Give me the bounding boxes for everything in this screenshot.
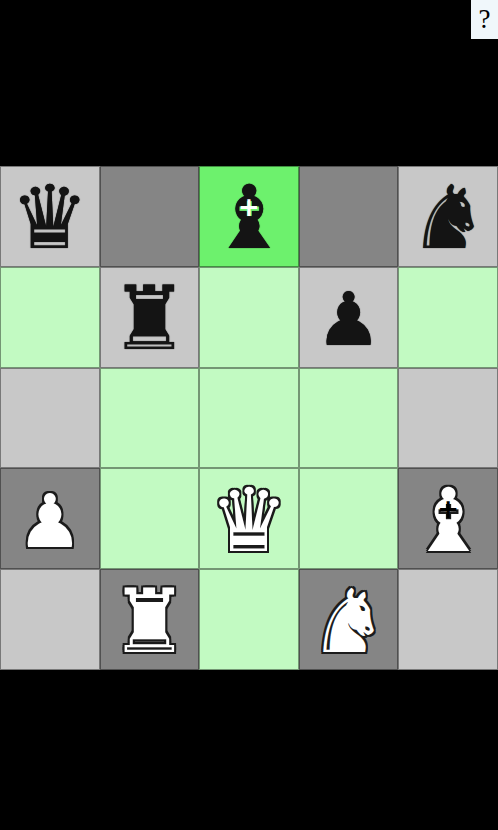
square-d2[interactable] [299, 468, 399, 569]
square-d3[interactable] [299, 368, 399, 469]
square-a5[interactable]: ♛ [0, 166, 100, 267]
square-b3[interactable] [100, 368, 200, 469]
help-button[interactable]: ? [471, 0, 498, 39]
square-a2[interactable]: ♟ [0, 468, 100, 569]
square-e5[interactable]: ♞ [398, 166, 498, 267]
square-a4[interactable] [0, 267, 100, 368]
square-e4[interactable] [398, 267, 498, 368]
square-b2[interactable] [100, 468, 200, 569]
square-b1[interactable]: ♜ [100, 569, 200, 670]
black-queen: ♛ [10, 170, 89, 262]
square-b4[interactable]: ♜ [100, 267, 200, 368]
square-a3[interactable] [0, 368, 100, 469]
black-bishop: ♝ [210, 170, 289, 262]
white-pawn: ♟ [17, 480, 83, 558]
square-e1[interactable] [398, 569, 498, 670]
white-knight: ♞ [309, 574, 388, 666]
white-bishop: ♝ [409, 473, 488, 565]
square-d1[interactable]: ♞ [299, 569, 399, 670]
black-rook: ♜ [110, 271, 189, 363]
square-c2[interactable]: ♛ [199, 468, 299, 569]
white-queen: ♛ [210, 473, 289, 565]
black-knight: ♞ [409, 170, 488, 262]
white-rook: ♜ [110, 574, 189, 666]
square-c4[interactable] [199, 267, 299, 368]
square-c1[interactable] [199, 569, 299, 670]
square-d4[interactable]: ♟ [299, 267, 399, 368]
square-d5[interactable] [299, 166, 399, 267]
square-c5[interactable]: ♝+ [199, 166, 299, 267]
black-pawn: ♟ [315, 278, 381, 356]
square-b5[interactable] [100, 166, 200, 267]
square-c3[interactable] [199, 368, 299, 469]
square-e3[interactable] [398, 368, 498, 469]
square-e2[interactable]: ♝+ [398, 468, 498, 569]
board: ♛♝+♞♜♟♟♛♝+♜♞ [0, 166, 498, 670]
square-a1[interactable] [0, 569, 100, 670]
